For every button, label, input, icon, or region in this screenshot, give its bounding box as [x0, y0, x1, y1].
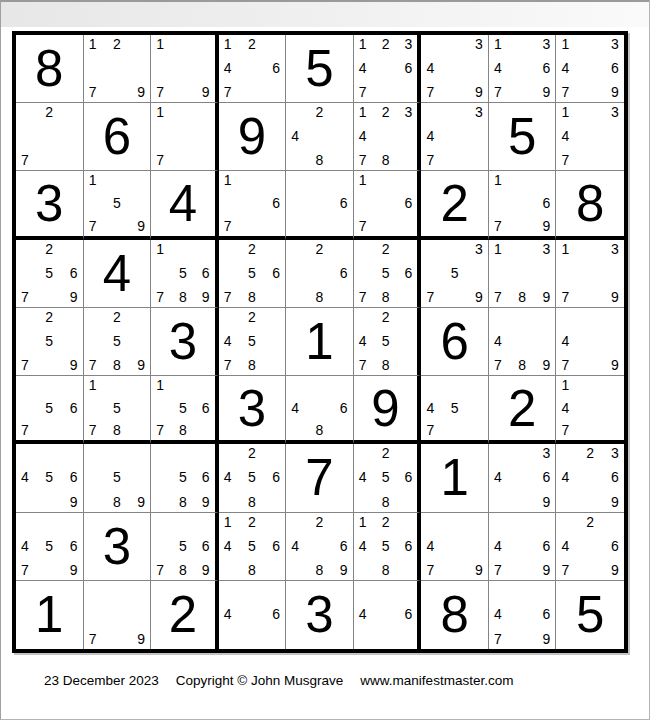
pencil-mark-3	[70, 310, 78, 320]
pencil-mark-7: 7	[89, 219, 97, 233]
cell-r7c3[interactable]: 5689	[151, 444, 219, 512]
cell-r9c1[interactable]: 1	[16, 581, 84, 649]
pencil-marks: 45679	[16, 513, 83, 580]
cell-r8c8[interactable]: 4679	[489, 513, 557, 581]
pencil-marks: 3479	[421, 35, 488, 102]
cell-r7c4[interactable]: 24568	[219, 444, 287, 512]
pencil-mark-7: 7	[156, 85, 164, 99]
pencil-mark-1: 1	[359, 37, 367, 51]
cell-r2c9[interactable]: 1347	[556, 103, 624, 171]
pencil-mark-2	[518, 515, 526, 525]
cell-r1c5[interactable]: 5	[286, 35, 354, 103]
pencil-mark-4: 4	[359, 61, 367, 75]
pencil-mark-2	[315, 173, 323, 183]
pencil-mark-5	[451, 131, 459, 141]
pencil-mark-5: 5	[179, 539, 187, 553]
cell-r1c3[interactable]: 179	[151, 35, 219, 103]
pencil-mark-6	[202, 63, 210, 73]
cell-r5c7[interactable]: 6	[421, 308, 489, 376]
pencil-mark-2	[518, 37, 526, 47]
pencil-mark-3: 3	[475, 242, 483, 256]
cell-r7c1[interactable]: 4569	[16, 444, 84, 512]
pencil-mark-6	[70, 336, 78, 346]
pencil-mark-1: 1	[561, 105, 569, 119]
cell-r7c5[interactable]: 7	[286, 444, 354, 512]
pencil-mark-4	[89, 472, 97, 482]
cell-r8c3[interactable]: 56789	[151, 513, 219, 581]
pencil-mark-6	[202, 131, 210, 141]
cell-r4c1[interactable]: 25679	[16, 240, 84, 308]
pencil-mark-2	[586, 37, 594, 47]
cell-r1c6[interactable]: 123467	[354, 35, 422, 103]
cell-r3c2[interactable]: 1579	[84, 171, 152, 239]
pencil-mark-6: 6	[340, 266, 348, 280]
cell-r2c8[interactable]: 5	[489, 103, 557, 171]
pencil-mark-3	[137, 310, 145, 320]
cell-r2c3[interactable]: 17	[151, 103, 219, 171]
pencil-mark-1	[291, 515, 299, 525]
pencil-marks: 23469	[556, 444, 624, 511]
pencil-mark-6: 6	[272, 470, 280, 484]
pencil-mark-7	[359, 567, 367, 577]
pencil-mark-2: 2	[382, 242, 390, 256]
pencil-mark-1	[494, 446, 502, 456]
cell-r5c8[interactable]: 4789	[489, 308, 557, 376]
pencil-mark-5: 5	[45, 539, 53, 553]
pencil-mark-2: 2	[248, 446, 256, 460]
pencil-mark-8: 8	[382, 563, 390, 577]
pencil-mark-2: 2	[45, 105, 53, 119]
pencil-mark-8	[451, 567, 459, 577]
pencil-marks: 24679	[556, 513, 624, 580]
cell-r5c6[interactable]: 24578	[354, 308, 422, 376]
pencil-mark-3	[272, 242, 280, 252]
given-digit: 4	[151, 171, 215, 235]
pencil-mark-4: 4	[494, 607, 502, 621]
pencil-mark-3	[611, 378, 619, 388]
pencil-mark-4	[426, 268, 434, 278]
pencil-mark-3	[202, 242, 210, 252]
pencil-mark-4	[89, 403, 97, 413]
given-digit: 1	[421, 444, 488, 511]
pencil-mark-6: 6	[542, 539, 550, 553]
cell-r6c8[interactable]: 2	[489, 376, 557, 444]
pencil-mark-2: 2	[45, 242, 53, 256]
pencil-mark-8	[382, 636, 390, 646]
pencil-mark-1	[21, 310, 29, 320]
pencil-marks: 17	[151, 103, 215, 170]
pencil-mark-2	[451, 105, 459, 115]
pencil-mark-8: 8	[113, 495, 121, 509]
cell-r9c2[interactable]: 79	[84, 581, 152, 649]
pencil-marks: 27	[16, 103, 83, 170]
pencil-mark-2: 2	[315, 515, 323, 529]
pencil-mark-3	[202, 105, 210, 115]
cell-r8c2[interactable]: 3	[84, 513, 152, 581]
pencil-mark-2	[248, 583, 256, 593]
pencil-mark-3	[611, 515, 619, 525]
pencil-mark-6: 6	[404, 61, 412, 75]
pencil-mark-7: 7	[359, 219, 367, 233]
cell-r6c3[interactable]: 15678	[151, 376, 219, 444]
pencil-mark-4	[21, 336, 29, 346]
pencil-mark-3	[272, 515, 280, 525]
pencil-mark-1: 1	[561, 242, 569, 256]
pencil-mark-4: 4	[224, 61, 232, 75]
pencil-mark-1: 1	[89, 378, 97, 392]
cell-r6c1[interactable]: 567	[16, 376, 84, 444]
given-digit: 7	[286, 444, 353, 511]
cell-r2c1[interactable]: 27	[16, 103, 84, 171]
pencil-mark-4	[89, 336, 97, 346]
cell-r6c6[interactable]: 9	[354, 376, 422, 444]
cell-r5c5[interactable]: 1	[286, 308, 354, 376]
cell-r1c7[interactable]: 3479	[421, 35, 489, 103]
cell-r4c8[interactable]: 13789	[489, 240, 557, 308]
pencil-mark-8	[518, 636, 526, 646]
pencil-mark-1	[561, 446, 569, 456]
pencil-mark-4	[224, 268, 232, 278]
pencil-mark-4: 4	[494, 539, 502, 553]
cell-r1c2[interactable]: 1279	[84, 35, 152, 103]
pencil-mark-1: 1	[224, 515, 232, 529]
pencil-mark-5	[518, 609, 526, 619]
pencil-mark-4	[291, 198, 299, 208]
pencil-mark-9: 9	[611, 85, 619, 99]
cell-r3c9[interactable]: 8	[556, 171, 624, 239]
pencil-mark-9: 9	[70, 358, 78, 372]
pencil-mark-7: 7	[224, 85, 232, 99]
pencil-mark-2	[248, 173, 256, 183]
pencil-mark-4: 4	[561, 61, 569, 75]
cell-r1c8[interactable]: 134679	[489, 35, 557, 103]
pencil-mark-7: 7	[561, 85, 569, 99]
cell-r9c8[interactable]: 4679	[489, 581, 557, 649]
pencil-mark-2	[382, 583, 390, 593]
cell-r3c5[interactable]: 6	[286, 171, 354, 239]
pencil-mark-4: 4	[21, 470, 29, 484]
pencil-mark-7: 7	[494, 563, 502, 577]
pencil-mark-1	[494, 583, 502, 593]
pencil-marks: 347	[421, 103, 488, 170]
cell-r3c8[interactable]: 1679	[489, 171, 557, 239]
pencil-mark-5	[179, 131, 187, 141]
pencil-mark-3	[202, 515, 210, 525]
pencil-mark-4	[224, 198, 232, 208]
cell-r4c3[interactable]: 156789	[151, 240, 219, 308]
pencil-mark-2	[179, 105, 187, 115]
pencil-mark-3	[475, 378, 483, 388]
pencil-mark-2	[179, 446, 187, 456]
cell-r4c4[interactable]: 25678	[219, 240, 287, 308]
pencil-mark-8	[113, 89, 121, 99]
cell-r5c2[interactable]: 25789	[84, 308, 152, 376]
pencil-mark-5	[315, 541, 323, 551]
cell-r1c9[interactable]: 134679	[556, 35, 624, 103]
cell-r4c6[interactable]: 25678	[354, 240, 422, 308]
cell-r5c4[interactable]: 24578	[219, 308, 287, 376]
pencil-mark-5: 5	[382, 539, 390, 553]
cell-r4c9[interactable]: 1379	[556, 240, 624, 308]
pencil-mark-5	[518, 541, 526, 551]
pencil-mark-8	[451, 427, 459, 437]
pencil-mark-9: 9	[542, 85, 550, 99]
pencil-mark-5: 5	[451, 401, 459, 415]
cell-r9c4[interactable]: 46	[219, 581, 287, 649]
cell-r3c4[interactable]: 167	[219, 171, 287, 239]
cell-r2c7[interactable]: 347	[421, 103, 489, 171]
cell-r7c9[interactable]: 23469	[556, 444, 624, 512]
pencil-mark-8	[45, 157, 53, 167]
pencil-mark-3	[202, 446, 210, 456]
cell-r2c2[interactable]: 6	[84, 103, 152, 171]
pencil-mark-8: 8	[382, 495, 390, 509]
pencil-mark-1	[359, 583, 367, 593]
pencil-mark-4: 4	[426, 401, 434, 415]
pencil-mark-5	[586, 63, 594, 73]
pencil-mark-2: 2	[382, 446, 390, 460]
pencil-marks: 468	[286, 376, 353, 440]
pencil-mark-8: 8	[113, 358, 121, 372]
pencil-mark-3: 3	[404, 105, 412, 119]
pencil-mark-7: 7	[494, 632, 502, 646]
given-digit: 2	[421, 171, 488, 235]
cell-r9c9[interactable]: 5	[556, 581, 624, 649]
pencil-marks: 24568	[219, 444, 286, 511]
pencil-mark-9: 9	[542, 632, 550, 646]
pencil-mark-7	[21, 499, 29, 509]
pencil-mark-5: 5	[179, 401, 187, 415]
pencil-mark-7: 7	[156, 153, 164, 167]
cell-r8c5[interactable]: 24689	[286, 513, 354, 581]
pencil-mark-6	[137, 609, 145, 619]
pencil-mark-7: 7	[561, 563, 569, 577]
pencil-mark-6	[340, 131, 348, 141]
pencil-mark-4	[89, 63, 97, 73]
pencil-mark-2: 2	[382, 310, 390, 324]
pencil-mark-2	[518, 583, 526, 593]
pencil-mark-5	[451, 63, 459, 73]
pencil-mark-7: 7	[561, 290, 569, 304]
pencil-mark-2	[518, 446, 526, 456]
cell-r8c1[interactable]: 45679	[16, 513, 84, 581]
pencil-mark-6: 6	[272, 61, 280, 75]
pencil-mark-6	[404, 131, 412, 141]
pencil-mark-8	[248, 89, 256, 99]
pencil-mark-6: 6	[542, 61, 550, 75]
pencil-mark-3	[340, 378, 348, 388]
pencil-mark-3	[404, 583, 412, 593]
pencil-mark-4: 4	[426, 61, 434, 75]
pencil-mark-8	[382, 89, 390, 99]
cell-r5c3[interactable]: 3	[151, 308, 219, 376]
pencil-mark-6: 6	[404, 539, 412, 553]
pencil-mark-4: 4	[359, 607, 367, 621]
pencil-mark-6	[137, 336, 145, 346]
cell-r3c3[interactable]: 4	[151, 171, 219, 239]
pencil-mark-8: 8	[248, 563, 256, 577]
cell-r6c2[interactable]: 1578	[84, 376, 152, 444]
pencil-mark-9	[404, 499, 412, 509]
pencil-mark-5	[113, 63, 121, 73]
pencil-mark-2	[382, 173, 390, 183]
pencil-mark-3	[542, 515, 550, 525]
cell-r9c7[interactable]: 8	[421, 581, 489, 649]
cell-r2c4[interactable]: 9	[219, 103, 287, 171]
pencil-marks: 6	[286, 171, 353, 235]
pencil-mark-7: 7	[426, 85, 434, 99]
pencil-marks: 3579	[421, 240, 488, 307]
pencil-mark-8: 8	[315, 423, 323, 437]
pencil-mark-3	[202, 378, 210, 388]
pencil-mark-2	[113, 378, 121, 388]
pencil-mark-6: 6	[272, 196, 280, 210]
pencil-mark-6	[137, 198, 145, 208]
pencil-mark-8: 8	[248, 358, 256, 372]
pencil-mark-3	[137, 446, 145, 456]
pencil-mark-8	[586, 567, 594, 577]
pencil-marks: 567	[16, 376, 83, 440]
cell-r4c2[interactable]: 4	[84, 240, 152, 308]
cell-r3c6[interactable]: 167	[354, 171, 422, 239]
given-digit: 8	[421, 581, 488, 649]
pencil-mark-1	[21, 242, 29, 252]
pencil-mark-5	[248, 609, 256, 619]
pencil-mark-7: 7	[359, 290, 367, 304]
pencil-mark-9	[272, 294, 280, 304]
pencil-mark-5: 5	[45, 334, 53, 348]
pencil-mark-9	[404, 89, 412, 99]
cell-r6c5[interactable]: 468	[286, 376, 354, 444]
cell-r9c5[interactable]: 3	[286, 581, 354, 649]
pencil-mark-9	[404, 223, 412, 233]
pencil-marks: 1679	[489, 171, 556, 235]
given-digit: 9	[219, 103, 286, 170]
cell-r4c5[interactable]: 268	[286, 240, 354, 308]
pencil-marks: 1379	[556, 240, 624, 307]
pencil-mark-8: 8	[315, 153, 323, 167]
pencil-mark-9: 9	[202, 85, 210, 99]
pencil-mark-8	[113, 636, 121, 646]
pencil-mark-6	[611, 403, 619, 413]
pencil-mark-9: 9	[542, 495, 550, 509]
cell-r4c7[interactable]: 3579	[421, 240, 489, 308]
pencil-mark-3	[272, 446, 280, 456]
pencil-marks: 4789	[489, 308, 556, 375]
pencil-mark-6: 6	[340, 196, 348, 210]
cell-r3c7[interactable]: 2	[421, 171, 489, 239]
cell-r3c1[interactable]: 3	[16, 171, 84, 239]
cell-r6c7[interactable]: 457	[421, 376, 489, 444]
pencil-mark-1	[291, 378, 299, 388]
pencil-mark-9	[611, 427, 619, 437]
pencil-mark-8	[113, 223, 121, 233]
pencil-marks: 248	[286, 103, 353, 170]
pencil-mark-2	[518, 173, 526, 183]
pencil-mark-3	[404, 242, 412, 252]
pencil-mark-5	[586, 336, 594, 346]
pencil-mark-1: 1	[156, 242, 164, 256]
pencil-mark-2: 2	[248, 242, 256, 256]
pencil-mark-8: 8	[382, 153, 390, 167]
pencil-mark-8	[248, 223, 256, 233]
pencil-mark-8	[179, 157, 187, 167]
pencil-mark-5	[315, 131, 323, 141]
pencil-mark-3	[137, 173, 145, 183]
pencil-mark-7	[291, 567, 299, 577]
pencil-mark-1	[494, 515, 502, 525]
cell-r9c6[interactable]: 46	[354, 581, 422, 649]
cell-r6c4[interactable]: 3	[219, 376, 287, 444]
pencil-mark-1: 1	[359, 105, 367, 119]
pencil-mark-3	[542, 173, 550, 183]
pencil-mark-5	[315, 403, 323, 413]
pencil-mark-4	[21, 268, 29, 278]
pencil-mark-7: 7	[89, 632, 97, 646]
pencil-mark-9: 9	[475, 563, 483, 577]
pencil-marks: 24689	[286, 513, 353, 580]
cell-r1c1[interactable]: 8	[16, 35, 84, 103]
pencil-mark-3: 3	[611, 37, 619, 51]
pencil-marks: 4569	[16, 444, 83, 511]
pencil-mark-3	[340, 515, 348, 525]
cell-r2c5[interactable]: 248	[286, 103, 354, 171]
cell-r7c6[interactable]: 24568	[354, 444, 422, 512]
pencil-mark-4: 4	[494, 470, 502, 484]
cell-r7c8[interactable]: 3469	[489, 444, 557, 512]
pencil-mark-5: 5	[45, 470, 53, 484]
cell-r8c7[interactable]: 479	[421, 513, 489, 581]
pencil-mark-2	[179, 37, 187, 47]
pencil-marks: 24578	[354, 308, 418, 375]
cell-r7c7[interactable]: 1	[421, 444, 489, 512]
pencil-mark-2	[518, 242, 526, 252]
pencil-mark-1: 1	[156, 378, 164, 392]
pencil-marks: 457	[421, 376, 488, 440]
pencil-mark-7	[291, 427, 299, 437]
pencil-mark-7	[224, 567, 232, 577]
given-digit: 2	[151, 581, 215, 649]
pencil-mark-4	[494, 268, 502, 278]
pencil-marks: 12467	[219, 35, 286, 102]
pencil-mark-7: 7	[494, 85, 502, 99]
pencil-mark-4	[156, 541, 164, 551]
pencil-mark-8: 8	[113, 423, 121, 437]
cell-r8c9[interactable]: 24679	[556, 513, 624, 581]
pencil-mark-1	[359, 310, 367, 320]
pencil-mark-8	[518, 89, 526, 99]
pencil-mark-1: 1	[89, 37, 97, 51]
cell-r6c9[interactable]: 147	[556, 376, 624, 444]
cell-r8c4[interactable]: 124568	[219, 513, 287, 581]
cell-r7c2[interactable]: 589	[84, 444, 152, 512]
cell-r5c9[interactable]: 479	[556, 308, 624, 376]
cell-r2c6[interactable]: 123478	[354, 103, 422, 171]
cell-r9c3[interactable]: 2	[151, 581, 219, 649]
pencil-mark-8	[586, 89, 594, 99]
pencil-mark-2	[451, 37, 459, 47]
cell-r5c1[interactable]: 2579	[16, 308, 84, 376]
pencil-mark-2: 2	[382, 105, 390, 119]
pencil-mark-9	[70, 427, 78, 437]
cell-r1c4[interactable]: 12467	[219, 35, 287, 103]
pencil-mark-4: 4	[426, 539, 434, 553]
pencil-mark-6: 6	[404, 196, 412, 210]
cell-r8c6[interactable]: 124568	[354, 513, 422, 581]
pencil-mark-7: 7	[21, 290, 29, 304]
pencil-mark-7: 7	[561, 358, 569, 372]
pencil-marks: 134679	[556, 35, 624, 102]
